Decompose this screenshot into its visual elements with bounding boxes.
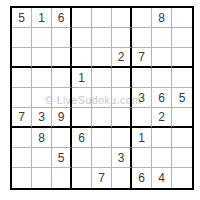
cell-r6c5[interactable] <box>92 108 112 128</box>
cell-r3c1[interactable] <box>12 48 32 68</box>
cell-r5c4[interactable] <box>72 88 92 108</box>
cell-r9c4[interactable] <box>72 168 92 188</box>
cell-r6c1[interactable]: 7 <box>12 108 32 128</box>
cell-r7c7[interactable]: 1 <box>132 128 152 148</box>
cell-r2c6[interactable] <box>112 28 132 48</box>
cell-r4c6[interactable] <box>112 68 132 88</box>
cell-r3c5[interactable] <box>92 48 112 68</box>
cell-r8c4[interactable] <box>72 148 92 168</box>
cell-r7c6[interactable] <box>112 128 132 148</box>
cell-r8c7[interactable] <box>132 148 152 168</box>
cell-r7c2[interactable]: 8 <box>32 128 52 148</box>
cell-r3c2[interactable] <box>32 48 52 68</box>
cell-r2c3[interactable] <box>52 28 72 48</box>
cell-r6c4[interactable] <box>72 108 92 128</box>
cell-r9c7[interactable]: 6 <box>132 168 152 188</box>
cell-r4c5[interactable] <box>92 68 112 88</box>
cell-r5c5[interactable] <box>92 88 112 108</box>
cell-r3c6[interactable]: 2 <box>112 48 132 68</box>
cell-r7c3[interactable] <box>52 128 72 148</box>
cell-r7c5[interactable] <box>92 128 112 148</box>
cell-r6c7[interactable] <box>132 108 152 128</box>
cell-r2c8[interactable] <box>152 28 172 48</box>
cell-r9c3[interactable] <box>52 168 72 188</box>
cell-r4c4[interactable]: 1 <box>72 68 92 88</box>
cell-r2c5[interactable] <box>92 28 112 48</box>
cell-r7c8[interactable] <box>152 128 172 148</box>
cell-r8c1[interactable] <box>12 148 32 168</box>
cell-r1c3[interactable]: 6 <box>52 8 72 28</box>
cell-r1c8[interactable]: 8 <box>152 8 172 28</box>
cell-r6c8[interactable]: 2 <box>152 108 172 128</box>
cell-r3c7[interactable]: 7 <box>132 48 152 68</box>
cell-r5c3[interactable] <box>52 88 72 108</box>
cell-r8c9[interactable] <box>172 148 192 168</box>
sudoku-page: © LiveSudoku.com 5168271365739286153764 <box>0 0 200 200</box>
cell-r6c3[interactable]: 9 <box>52 108 72 128</box>
cell-r7c4[interactable]: 6 <box>72 128 92 148</box>
cell-r6c9[interactable] <box>172 108 192 128</box>
cell-r9c6[interactable] <box>112 168 132 188</box>
cell-r9c2[interactable] <box>32 168 52 188</box>
cell-r1c5[interactable] <box>92 8 112 28</box>
cell-r9c5[interactable]: 7 <box>92 168 112 188</box>
cell-r8c6[interactable]: 3 <box>112 148 132 168</box>
cell-r2c1[interactable] <box>12 28 32 48</box>
cell-r1c2[interactable]: 1 <box>32 8 52 28</box>
cell-r1c1[interactable]: 5 <box>12 8 32 28</box>
cell-r1c6[interactable] <box>112 8 132 28</box>
cell-r6c6[interactable] <box>112 108 132 128</box>
cell-r5c8[interactable]: 6 <box>152 88 172 108</box>
cell-r7c1[interactable] <box>12 128 32 148</box>
cell-r5c2[interactable] <box>32 88 52 108</box>
cell-r6c2[interactable]: 3 <box>32 108 52 128</box>
cell-r5c1[interactable] <box>12 88 32 108</box>
cell-r2c2[interactable] <box>32 28 52 48</box>
cell-r4c9[interactable] <box>172 68 192 88</box>
cell-r4c1[interactable] <box>12 68 32 88</box>
cell-r2c9[interactable] <box>172 28 192 48</box>
cell-r4c7[interactable] <box>132 68 152 88</box>
cell-r4c8[interactable] <box>152 68 172 88</box>
cell-r5c7[interactable]: 3 <box>132 88 152 108</box>
cell-r5c9[interactable]: 5 <box>172 88 192 108</box>
sudoku-board: © LiveSudoku.com 5168271365739286153764 <box>10 6 194 190</box>
cell-r1c7[interactable] <box>132 8 152 28</box>
cell-r9c9[interactable] <box>172 168 192 188</box>
cell-r4c2[interactable] <box>32 68 52 88</box>
cell-r2c7[interactable] <box>132 28 152 48</box>
cell-r8c8[interactable] <box>152 148 172 168</box>
cell-r2c4[interactable] <box>72 28 92 48</box>
cell-r9c8[interactable]: 4 <box>152 168 172 188</box>
cell-r3c3[interactable] <box>52 48 72 68</box>
cell-r3c9[interactable] <box>172 48 192 68</box>
cell-r9c1[interactable] <box>12 168 32 188</box>
cell-r8c3[interactable]: 5 <box>52 148 72 168</box>
cell-r7c9[interactable] <box>172 128 192 148</box>
cell-r8c5[interactable] <box>92 148 112 168</box>
cell-r1c4[interactable] <box>72 8 92 28</box>
cell-r3c4[interactable] <box>72 48 92 68</box>
cell-r3c8[interactable] <box>152 48 172 68</box>
cell-r4c3[interactable] <box>52 68 72 88</box>
cell-r5c6[interactable] <box>112 88 132 108</box>
cell-r1c9[interactable] <box>172 8 192 28</box>
cell-r8c2[interactable] <box>32 148 52 168</box>
